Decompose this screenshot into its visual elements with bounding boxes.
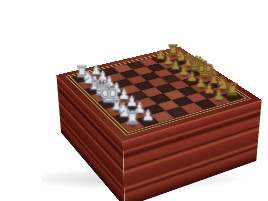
product-photo-scene: ♜♞♝♛♚♝♞♜♟♟♟♟♟♟♟♟♟♟♟♟♟♟♟♟♜♞♝♛♚♝♞♜ <box>0 0 268 201</box>
piece-black-rook[interactable]: ♜ <box>225 82 240 98</box>
piece-black-pawn[interactable]: ♟ <box>213 88 225 102</box>
chess-box: ♜♞♝♛♚♝♞♜♟♟♟♟♟♟♟♟♟♟♟♟♟♟♟♟♜♞♝♛♚♝♞♜ <box>56 46 261 141</box>
piece-white-pawn[interactable]: ♟ <box>141 108 154 122</box>
piece-white-rook[interactable]: ♜ <box>124 110 140 128</box>
